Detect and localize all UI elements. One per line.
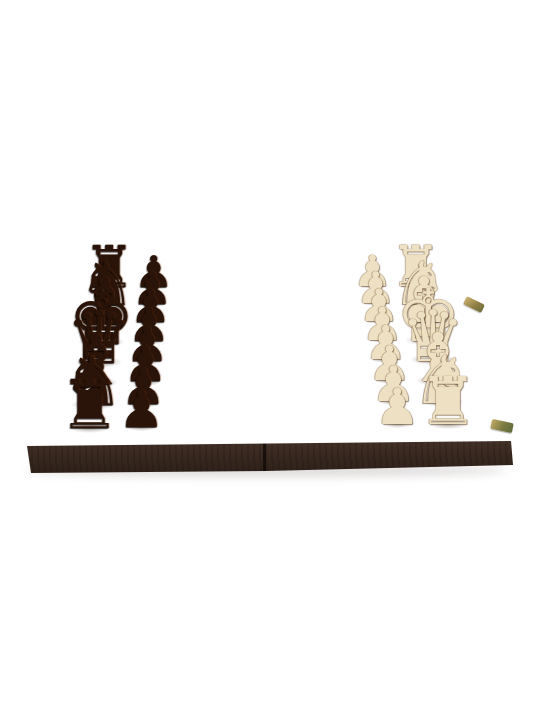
square-c4[interactable] xyxy=(268,363,318,384)
rank-label-back-4: 4 xyxy=(281,264,289,270)
rank-label-front-3: 3 xyxy=(344,431,355,440)
square-f5[interactable] xyxy=(219,306,265,325)
rank-label-front-6: 6 xyxy=(188,433,198,442)
black-rook-a8[interactable]: ♜ xyxy=(39,371,141,439)
square-b4[interactable] xyxy=(269,384,321,406)
square-d5[interactable] xyxy=(219,344,267,364)
square-b5[interactable] xyxy=(219,385,270,408)
rank-label-front-4: 4 xyxy=(292,432,302,441)
square-h5[interactable] xyxy=(220,271,264,288)
square-f4[interactable] xyxy=(265,306,312,325)
square-d4[interactable] xyxy=(267,343,316,363)
rank-label-front-5: 5 xyxy=(240,432,250,441)
white-rook-a1[interactable]: ♜ xyxy=(399,369,498,435)
square-a5[interactable] xyxy=(219,407,271,431)
square-g5[interactable] xyxy=(220,288,265,306)
rank-label-back-6: 6 xyxy=(194,264,201,270)
chess-set-photo: ABCDEFGHABCDEFGH8765432187654321 ♜♞♝♛♚♝♞… xyxy=(0,0,540,720)
board-fold-seam xyxy=(261,261,272,444)
box-fold-seam xyxy=(263,440,266,472)
rank-label-back-3: 3 xyxy=(323,263,331,269)
square-e4[interactable] xyxy=(266,324,314,343)
square-e5[interactable] xyxy=(219,324,266,344)
square-g4[interactable] xyxy=(264,288,310,306)
rank-label-back-5: 5 xyxy=(238,264,245,270)
square-h4[interactable] xyxy=(263,271,308,288)
square-a4[interactable] xyxy=(270,406,323,430)
square-c5[interactable] xyxy=(219,364,269,385)
